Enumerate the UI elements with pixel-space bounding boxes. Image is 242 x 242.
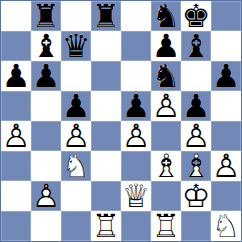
square-a2[interactable] (1, 181, 31, 211)
black-pawn: ♙♟ (181, 91, 211, 121)
square-b2[interactable]: ♟♙ (31, 181, 61, 211)
square-f8[interactable]: ♘♞ (151, 1, 181, 31)
piece-fill-layer: ♘ (151, 61, 181, 91)
square-c8[interactable] (61, 1, 91, 31)
white-rook: ♜♖ (151, 211, 181, 241)
square-a1[interactable] (1, 211, 31, 241)
square-h2[interactable] (211, 181, 241, 211)
piece-outline-layer: ♟ (151, 31, 181, 61)
square-a8[interactable] (1, 1, 31, 31)
black-pawn: ♙♟ (151, 31, 181, 61)
piece-outline-layer: ♝ (181, 31, 211, 61)
piece-fill-layer: ♘ (151, 1, 181, 31)
piece-outline-layer: ♖ (151, 211, 181, 241)
piece-outline-layer: ♟ (121, 91, 151, 121)
square-c3[interactable]: ♞♘ (61, 151, 91, 181)
black-knight: ♘♞ (151, 1, 181, 31)
white-pawn: ♟♙ (1, 121, 31, 151)
square-g3[interactable]: ♝♗ (181, 151, 211, 181)
piece-outline-layer: ♖ (91, 211, 121, 241)
white-pawn: ♟♙ (181, 121, 211, 151)
square-b8[interactable]: ♖♜ (31, 1, 61, 31)
square-e6[interactable] (121, 61, 151, 91)
piece-outline-layer: ♟ (31, 61, 61, 91)
piece-fill-layer: ♛ (121, 181, 151, 211)
square-h4[interactable] (211, 121, 241, 151)
square-g5[interactable]: ♙♟ (181, 91, 211, 121)
piece-fill-layer: ♙ (211, 61, 241, 91)
piece-outline-layer: ♘ (211, 211, 241, 241)
piece-fill-layer: ♟ (1, 121, 31, 151)
black-pawn: ♙♟ (121, 91, 151, 121)
black-pawn: ♙♟ (211, 61, 241, 91)
piece-fill-layer: ♝ (151, 151, 181, 181)
white-bishop: ♝♗ (181, 151, 211, 181)
piece-outline-layer: ♙ (31, 181, 61, 211)
square-c7[interactable]: ♕♛ (61, 31, 91, 61)
piece-fill-layer: ♙ (121, 91, 151, 121)
square-h3[interactable]: ♟♙ (211, 151, 241, 181)
square-f2[interactable] (151, 181, 181, 211)
chess-board: ♖♜♖♜♘♞♔♚♗♝♕♛♙♟♗♝♙♟♙♟♘♞♙♟♙♟♙♟♟♙♙♟♟♙♟♙♟♙♟♙… (0, 0, 242, 242)
piece-fill-layer: ♞ (61, 151, 91, 181)
piece-outline-layer: ♗ (151, 151, 181, 181)
piece-outline-layer: ♔ (181, 181, 211, 211)
piece-fill-layer: ♟ (61, 121, 91, 151)
piece-outline-layer: ♟ (1, 61, 31, 91)
piece-fill-layer: ♟ (31, 181, 61, 211)
black-pawn: ♙♟ (31, 61, 61, 91)
square-e7[interactable] (121, 31, 151, 61)
square-h8[interactable] (211, 1, 241, 31)
piece-outline-layer: ♙ (211, 151, 241, 181)
square-a7[interactable] (1, 31, 31, 61)
square-d6[interactable] (91, 61, 121, 91)
piece-outline-layer: ♙ (181, 121, 211, 151)
square-b7[interactable]: ♗♝ (31, 31, 61, 61)
piece-fill-layer: ♟ (121, 121, 151, 151)
white-queen: ♛♕ (121, 181, 151, 211)
piece-fill-layer: ♙ (181, 91, 211, 121)
square-b3[interactable] (31, 151, 61, 181)
square-f1[interactable]: ♜♖ (151, 211, 181, 241)
square-c2[interactable] (61, 181, 91, 211)
piece-fill-layer: ♙ (31, 61, 61, 91)
square-d8[interactable]: ♖♜ (91, 1, 121, 31)
square-c4[interactable]: ♟♙ (61, 121, 91, 151)
piece-outline-layer: ♙ (121, 121, 151, 151)
piece-outline-layer: ♗ (181, 151, 211, 181)
black-rook: ♖♜ (31, 1, 61, 31)
white-pawn: ♟♙ (211, 151, 241, 181)
piece-fill-layer: ♝ (181, 151, 211, 181)
piece-fill-layer: ♜ (91, 211, 121, 241)
square-g6[interactable] (181, 61, 211, 91)
square-f6[interactable]: ♘♞ (151, 61, 181, 91)
piece-fill-layer: ♖ (91, 1, 121, 31)
piece-outline-layer: ♟ (211, 61, 241, 91)
square-g4[interactable]: ♟♙ (181, 121, 211, 151)
piece-outline-layer: ♙ (1, 121, 31, 151)
square-e3[interactable] (121, 151, 151, 181)
square-e4[interactable]: ♟♙ (121, 121, 151, 151)
piece-fill-layer: ♙ (61, 91, 91, 121)
piece-fill-layer: ♔ (181, 1, 211, 31)
square-g1[interactable] (181, 211, 211, 241)
square-d3[interactable] (91, 151, 121, 181)
piece-outline-layer: ♟ (61, 91, 91, 121)
square-f7[interactable]: ♙♟ (151, 31, 181, 61)
white-pawn: ♟♙ (31, 181, 61, 211)
square-h5[interactable] (211, 91, 241, 121)
piece-outline-layer: ♞ (151, 1, 181, 31)
black-queen: ♕♛ (61, 31, 91, 61)
square-a6[interactable]: ♙♟ (1, 61, 31, 91)
square-d4[interactable] (91, 121, 121, 151)
square-b4[interactable] (31, 121, 61, 151)
piece-outline-layer: ♝ (31, 31, 61, 61)
piece-fill-layer: ♟ (181, 121, 211, 151)
piece-outline-layer: ♜ (31, 1, 61, 31)
white-knight: ♞♘ (211, 211, 241, 241)
square-e8[interactable] (121, 1, 151, 31)
square-d2[interactable] (91, 181, 121, 211)
square-g2[interactable]: ♚♔ (181, 181, 211, 211)
piece-outline-layer: ♞ (151, 61, 181, 91)
piece-outline-layer: ♛ (61, 31, 91, 61)
square-b1[interactable] (31, 211, 61, 241)
black-knight: ♘♞ (151, 61, 181, 91)
square-f4[interactable] (151, 121, 181, 151)
piece-fill-layer: ♖ (31, 1, 61, 31)
square-c5[interactable]: ♙♟ (61, 91, 91, 121)
square-b6[interactable]: ♙♟ (31, 61, 61, 91)
piece-outline-layer: ♘ (61, 151, 91, 181)
piece-fill-layer: ♚ (181, 181, 211, 211)
black-bishop: ♗♝ (31, 31, 61, 61)
square-b5[interactable] (31, 91, 61, 121)
black-bishop: ♗♝ (181, 31, 211, 61)
square-d5[interactable] (91, 91, 121, 121)
piece-outline-layer: ♜ (91, 1, 121, 31)
black-pawn: ♙♟ (1, 61, 31, 91)
piece-outline-layer: ♙ (151, 91, 181, 121)
white-knight: ♞♘ (61, 151, 91, 181)
piece-fill-layer: ♙ (151, 31, 181, 61)
white-pawn: ♟♙ (121, 121, 151, 151)
piece-fill-layer: ♕ (61, 31, 91, 61)
black-king: ♔♚ (181, 1, 211, 31)
square-f5[interactable]: ♟♙ (151, 91, 181, 121)
piece-outline-layer: ♙ (61, 121, 91, 151)
square-c1[interactable] (61, 211, 91, 241)
black-rook: ♖♜ (91, 1, 121, 31)
square-a4[interactable]: ♟♙ (1, 121, 31, 151)
white-rook: ♜♖ (91, 211, 121, 241)
white-pawn: ♟♙ (61, 121, 91, 151)
square-d7[interactable] (91, 31, 121, 61)
square-f3[interactable]: ♝♗ (151, 151, 181, 181)
square-a3[interactable] (1, 151, 31, 181)
piece-fill-layer: ♙ (1, 61, 31, 91)
piece-fill-layer: ♟ (211, 151, 241, 181)
chess-board-wrapper: ♖♜♖♜♘♞♔♚♗♝♕♛♙♟♗♝♙♟♙♟♘♞♙♟♙♟♙♟♟♙♙♟♟♙♟♙♟♙♟♙… (0, 0, 242, 242)
square-h6[interactable]: ♙♟ (211, 61, 241, 91)
piece-fill-layer: ♞ (211, 211, 241, 241)
piece-fill-layer: ♟ (151, 91, 181, 121)
square-g8[interactable]: ♔♚ (181, 1, 211, 31)
piece-outline-layer: ♚ (181, 1, 211, 31)
white-pawn: ♟♙ (151, 91, 181, 121)
piece-fill-layer: ♜ (151, 211, 181, 241)
square-h1[interactable]: ♞♘ (211, 211, 241, 241)
square-a5[interactable] (1, 91, 31, 121)
piece-fill-layer: ♗ (181, 31, 211, 61)
white-king: ♚♔ (181, 181, 211, 211)
square-e1[interactable] (121, 211, 151, 241)
piece-outline-layer: ♕ (121, 181, 151, 211)
white-bishop: ♝♗ (151, 151, 181, 181)
piece-outline-layer: ♟ (181, 91, 211, 121)
square-e5[interactable]: ♙♟ (121, 91, 151, 121)
square-g7[interactable]: ♗♝ (181, 31, 211, 61)
black-pawn: ♙♟ (61, 91, 91, 121)
square-d1[interactable]: ♜♖ (91, 211, 121, 241)
piece-fill-layer: ♗ (31, 31, 61, 61)
square-c6[interactable] (61, 61, 91, 91)
square-h7[interactable] (211, 31, 241, 61)
square-e2[interactable]: ♛♕ (121, 181, 151, 211)
